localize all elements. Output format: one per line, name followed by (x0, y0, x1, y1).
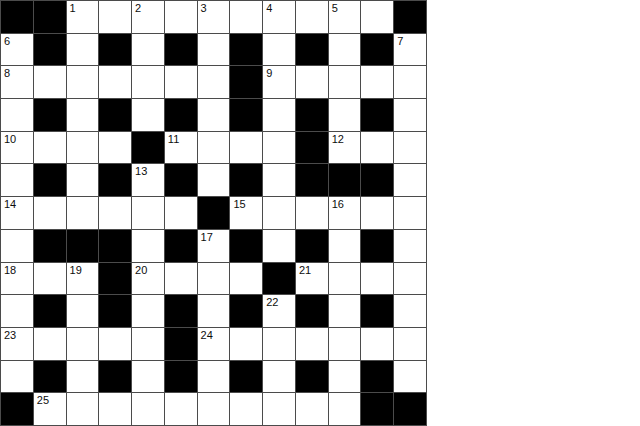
clue-number-18: 18 (4, 264, 16, 276)
cell-r3c1[interactable]: 8 (1, 66, 33, 98)
cell-r3c10[interactable] (296, 66, 328, 98)
cell-r2c13[interactable]: 7 (394, 34, 426, 66)
cell-r13c5[interactable] (132, 393, 164, 425)
cell-r10c3[interactable] (67, 295, 99, 327)
cell-r10c13[interactable] (394, 295, 426, 327)
cell-r1c8[interactable] (230, 1, 262, 33)
block-cell-r2c6 (165, 34, 197, 66)
block-cell-r13c12 (361, 393, 393, 425)
cell-r8c13[interactable] (394, 230, 426, 262)
clue-number-1: 1 (70, 2, 76, 14)
cell-r13c4[interactable] (99, 393, 131, 425)
cell-r11c3[interactable] (67, 328, 99, 360)
cell-r13c2[interactable]: 25 (34, 393, 66, 425)
clue-number-10: 10 (4, 133, 16, 145)
block-cell-r1c1 (1, 1, 33, 33)
cell-r10c7[interactable] (198, 295, 230, 327)
cell-r9c12[interactable] (361, 263, 393, 295)
cell-r7c2[interactable] (34, 197, 66, 229)
clue-number-6: 6 (4, 35, 10, 47)
clue-number-15: 15 (233, 198, 245, 210)
cell-r8c9[interactable] (263, 230, 295, 262)
cell-r12c9[interactable] (263, 361, 295, 393)
block-cell-r6c10 (296, 164, 328, 196)
cell-r3c5[interactable] (132, 66, 164, 98)
block-cell-r8c8 (230, 230, 262, 262)
block-cell-r4c10 (296, 99, 328, 131)
clue-number-21: 21 (299, 264, 311, 276)
cell-r11c11[interactable] (329, 328, 361, 360)
cell-r1c9[interactable]: 4 (263, 1, 295, 33)
cell-r9c7[interactable] (198, 263, 230, 295)
clue-number-14: 14 (4, 198, 16, 210)
block-cell-r10c2 (34, 295, 66, 327)
cell-r12c11[interactable] (329, 361, 361, 393)
cell-r11c10[interactable] (296, 328, 328, 360)
cell-r8c5[interactable] (132, 230, 164, 262)
clue-number-4: 4 (266, 2, 272, 14)
cell-r10c5[interactable] (132, 295, 164, 327)
cell-r4c1[interactable] (1, 99, 33, 131)
cell-r1c11[interactable]: 5 (329, 1, 361, 33)
cell-r9c13[interactable] (394, 263, 426, 295)
cell-r3c12[interactable] (361, 66, 393, 98)
cell-r6c13[interactable] (394, 164, 426, 196)
cell-r2c11[interactable] (329, 34, 361, 66)
clue-number-9: 9 (266, 67, 272, 79)
cell-r5c8[interactable] (230, 132, 262, 164)
cell-r13c3[interactable] (67, 393, 99, 425)
cell-r11c5[interactable] (132, 328, 164, 360)
block-cell-r4c8 (230, 99, 262, 131)
cell-r3c4[interactable] (99, 66, 131, 98)
cell-r9c1[interactable]: 18 (1, 263, 33, 295)
cell-r5c4[interactable] (99, 132, 131, 164)
cell-r1c3[interactable]: 1 (67, 1, 99, 33)
clue-number-5: 5 (332, 2, 338, 14)
cell-r13c7[interactable] (198, 393, 230, 425)
clue-number-24: 24 (201, 329, 213, 341)
cell-r11c9[interactable] (263, 328, 295, 360)
cell-r2c9[interactable] (263, 34, 295, 66)
cell-r3c6[interactable] (165, 66, 197, 98)
block-cell-r5c10 (296, 132, 328, 164)
block-cell-r12c8 (230, 361, 262, 393)
block-cell-r12c12 (361, 361, 393, 393)
cell-r3c13[interactable] (394, 66, 426, 98)
block-cell-r13c1 (1, 393, 33, 425)
block-cell-r10c6 (165, 295, 197, 327)
block-cell-r6c6 (165, 164, 197, 196)
block-cell-r12c4 (99, 361, 131, 393)
cell-r5c7[interactable] (198, 132, 230, 164)
cell-r4c11[interactable] (329, 99, 361, 131)
cell-r3c2[interactable] (34, 66, 66, 98)
block-cell-r6c2 (34, 164, 66, 196)
cell-r3c9[interactable]: 9 (263, 66, 295, 98)
cell-r1c4[interactable] (99, 1, 131, 33)
cell-r1c12[interactable] (361, 1, 393, 33)
clue-number-23: 23 (4, 329, 16, 341)
cell-r6c7[interactable] (198, 164, 230, 196)
cell-r9c3[interactable]: 19 (67, 263, 99, 295)
cell-r7c5[interactable] (132, 197, 164, 229)
cell-r9c10[interactable]: 21 (296, 263, 328, 295)
clue-number-17: 17 (201, 231, 213, 243)
block-cell-r4c4 (99, 99, 131, 131)
clue-number-2: 2 (135, 2, 141, 14)
block-cell-r10c10 (296, 295, 328, 327)
block-cell-r8c6 (165, 230, 197, 262)
cell-r7c6[interactable] (165, 197, 197, 229)
cell-r4c3[interactable] (67, 99, 99, 131)
block-cell-r6c11 (329, 164, 361, 196)
cell-r12c13[interactable] (394, 361, 426, 393)
clue-number-20: 20 (135, 264, 147, 276)
cell-r7c13[interactable] (394, 197, 426, 229)
cell-r3c11[interactable] (329, 66, 361, 98)
clue-number-22: 22 (266, 296, 278, 308)
clue-number-8: 8 (4, 67, 10, 79)
block-cell-r4c2 (34, 99, 66, 131)
cell-r13c11[interactable] (329, 393, 361, 425)
block-cell-r6c8 (230, 164, 262, 196)
block-cell-r6c4 (99, 164, 131, 196)
cell-r11c4[interactable] (99, 328, 131, 360)
cell-r2c3[interactable] (67, 34, 99, 66)
cell-r5c13[interactable] (394, 132, 426, 164)
cell-r7c9[interactable] (263, 197, 295, 229)
block-cell-r6c12 (361, 164, 393, 196)
cell-r5c12[interactable] (361, 132, 393, 164)
cell-r11c13[interactable] (394, 328, 426, 360)
cell-r9c2[interactable] (34, 263, 66, 295)
block-cell-r10c4 (99, 295, 131, 327)
block-cell-r2c2 (34, 34, 66, 66)
clue-number-7: 7 (397, 35, 403, 47)
cell-r6c1[interactable] (1, 164, 33, 196)
cell-r7c4[interactable] (99, 197, 131, 229)
block-cell-r9c4 (99, 263, 131, 295)
cell-r8c1[interactable] (1, 230, 33, 262)
block-cell-r2c10 (296, 34, 328, 66)
cell-r9c8[interactable] (230, 263, 262, 295)
cell-r11c2[interactable] (34, 328, 66, 360)
clue-number-25: 25 (37, 394, 49, 406)
clue-number-19: 19 (70, 264, 82, 276)
cell-r5c1[interactable]: 10 (1, 132, 33, 164)
cell-r9c5[interactable]: 20 (132, 263, 164, 295)
cell-r10c9[interactable]: 22 (263, 295, 295, 327)
cell-r5c11[interactable]: 12 (329, 132, 361, 164)
block-cell-r1c13 (394, 1, 426, 33)
clue-number-13: 13 (135, 165, 147, 177)
cell-r4c13[interactable] (394, 99, 426, 131)
page: 1234567891011121314151617181920212223242… (0, 0, 640, 426)
block-cell-r8c4 (99, 230, 131, 262)
cell-r11c1[interactable]: 23 (1, 328, 33, 360)
cell-r7c11[interactable]: 16 (329, 197, 361, 229)
cell-r4c7[interactable] (198, 99, 230, 131)
cell-r10c11[interactable] (329, 295, 361, 327)
block-cell-r1c2 (34, 1, 66, 33)
block-cell-r12c10 (296, 361, 328, 393)
cell-r13c8[interactable] (230, 393, 262, 425)
cell-r7c12[interactable] (361, 197, 393, 229)
cell-r7c8[interactable]: 15 (230, 197, 262, 229)
block-cell-r5c5 (132, 132, 164, 164)
cell-r11c7[interactable]: 24 (198, 328, 230, 360)
cell-r4c5[interactable] (132, 99, 164, 131)
cell-r13c9[interactable] (263, 393, 295, 425)
cell-r13c6[interactable] (165, 393, 197, 425)
block-cell-r10c12 (361, 295, 393, 327)
cell-r7c3[interactable] (67, 197, 99, 229)
cell-r12c3[interactable] (67, 361, 99, 393)
cell-r11c8[interactable] (230, 328, 262, 360)
cell-r3c7[interactable] (198, 66, 230, 98)
cell-r1c10[interactable] (296, 1, 328, 33)
cell-r1c7[interactable]: 3 (198, 1, 230, 33)
cell-r1c6[interactable] (165, 1, 197, 33)
block-cell-r9c9 (263, 263, 295, 295)
block-cell-r12c2 (34, 361, 66, 393)
clue-number-16: 16 (332, 198, 344, 210)
cell-r5c6[interactable]: 11 (165, 132, 197, 164)
cell-r6c5[interactable]: 13 (132, 164, 164, 196)
block-cell-r2c4 (99, 34, 131, 66)
block-cell-r10c8 (230, 295, 262, 327)
block-cell-r12c6 (165, 361, 197, 393)
block-cell-r8c3 (67, 230, 99, 262)
block-cell-r8c2 (34, 230, 66, 262)
cell-r5c9[interactable] (263, 132, 295, 164)
cell-r9c6[interactable] (165, 263, 197, 295)
clue-number-3: 3 (201, 2, 207, 14)
cell-r11c12[interactable] (361, 328, 393, 360)
block-cell-r7c7 (198, 197, 230, 229)
clue-number-12: 12 (332, 133, 344, 145)
cell-r13c10[interactable] (296, 393, 328, 425)
cell-r8c11[interactable] (329, 230, 361, 262)
cell-r12c7[interactable] (198, 361, 230, 393)
cell-r6c3[interactable] (67, 164, 99, 196)
cell-r2c7[interactable] (198, 34, 230, 66)
cell-r2c1[interactable]: 6 (1, 34, 33, 66)
cell-r4c9[interactable] (263, 99, 295, 131)
clue-number-11: 11 (168, 133, 179, 145)
block-cell-r4c12 (361, 99, 393, 131)
cell-r5c3[interactable] (67, 132, 99, 164)
block-cell-r13c13 (394, 393, 426, 425)
block-cell-r2c12 (361, 34, 393, 66)
crossword-grid: 1234567891011121314151617181920212223242… (0, 0, 427, 426)
cell-r2c5[interactable] (132, 34, 164, 66)
block-cell-r3c8 (230, 66, 262, 98)
cell-r5c2[interactable] (34, 132, 66, 164)
block-cell-r2c8 (230, 34, 262, 66)
cell-r12c5[interactable] (132, 361, 164, 393)
block-cell-r4c6 (165, 99, 197, 131)
cell-r8c7[interactable]: 17 (198, 230, 230, 262)
block-cell-r8c10 (296, 230, 328, 262)
block-cell-r8c12 (361, 230, 393, 262)
cell-r9c11[interactable] (329, 263, 361, 295)
cell-r7c10[interactable] (296, 197, 328, 229)
block-cell-r11c6 (165, 328, 197, 360)
cell-r6c9[interactable] (263, 164, 295, 196)
cell-r12c1[interactable] (1, 361, 33, 393)
cell-r7c1[interactable]: 14 (1, 197, 33, 229)
cell-r3c3[interactable] (67, 66, 99, 98)
cell-r10c1[interactable] (1, 295, 33, 327)
cell-r1c5[interactable]: 2 (132, 1, 164, 33)
